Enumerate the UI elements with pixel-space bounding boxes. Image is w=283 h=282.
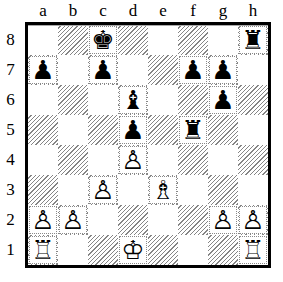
file-label-d: d — [118, 0, 148, 21]
square-c7[interactable]: ♟ — [88, 55, 118, 85]
square-a2[interactable]: ♙ — [28, 205, 58, 235]
file-label-g: g — [208, 0, 238, 21]
square-g5[interactable] — [208, 115, 238, 145]
rank-label-6: 6 — [0, 85, 21, 115]
square-f8[interactable] — [178, 25, 208, 55]
square-b2[interactable]: ♙ — [58, 205, 88, 235]
square-b4[interactable] — [58, 145, 88, 175]
piece-white-pawn: ♙ — [28, 205, 58, 235]
piece-white-pawn: ♙ — [58, 205, 88, 235]
square-b3[interactable] — [58, 175, 88, 205]
square-e3[interactable]: ♗ — [148, 175, 178, 205]
square-g6[interactable]: ♟ — [208, 85, 238, 115]
square-d2[interactable] — [118, 205, 148, 235]
square-a6[interactable] — [28, 85, 58, 115]
piece-black-rook: ♜ — [238, 25, 268, 55]
square-f6[interactable] — [178, 85, 208, 115]
square-e6[interactable] — [148, 85, 178, 115]
square-g2[interactable]: ♙ — [208, 205, 238, 235]
square-c2[interactable] — [88, 205, 118, 235]
square-c4[interactable] — [88, 145, 118, 175]
square-f1[interactable] — [178, 235, 208, 265]
file-label-a: a — [28, 0, 58, 21]
piece-white-pawn: ♙ — [88, 175, 118, 205]
square-a1[interactable]: ♖ — [28, 235, 58, 265]
chess-board: ♚♜♟♟♟♟♝♟♟♜♙♙♗♙♙♙♙♖♔♖ — [25, 22, 271, 268]
square-a8[interactable] — [28, 25, 58, 55]
piece-black-pawn: ♟ — [208, 55, 238, 85]
square-c1[interactable] — [88, 235, 118, 265]
file-label-f: f — [178, 0, 208, 21]
file-label-e: e — [148, 0, 178, 21]
square-f2[interactable] — [178, 205, 208, 235]
square-a4[interactable] — [28, 145, 58, 175]
piece-white-rook: ♖ — [238, 235, 268, 265]
rank-label-8: 8 — [0, 25, 21, 55]
square-h7[interactable] — [238, 55, 268, 85]
file-label-c: c — [88, 0, 118, 21]
piece-black-pawn: ♟ — [208, 85, 238, 115]
square-c6[interactable] — [88, 85, 118, 115]
square-g7[interactable]: ♟ — [208, 55, 238, 85]
square-h1[interactable]: ♖ — [238, 235, 268, 265]
square-f5[interactable]: ♜ — [178, 115, 208, 145]
rank-label-5: 5 — [0, 115, 21, 145]
square-g4[interactable] — [208, 145, 238, 175]
square-b8[interactable] — [58, 25, 88, 55]
piece-white-bishop: ♗ — [148, 175, 178, 205]
square-h2[interactable]: ♙ — [238, 205, 268, 235]
square-a7[interactable]: ♟ — [28, 55, 58, 85]
square-h3[interactable] — [238, 175, 268, 205]
square-b7[interactable] — [58, 55, 88, 85]
file-labels: abcdefgh — [28, 0, 268, 21]
piece-black-pawn: ♟ — [28, 55, 58, 85]
square-b1[interactable] — [58, 235, 88, 265]
rank-label-1: 1 — [0, 235, 21, 265]
square-h8[interactable]: ♜ — [238, 25, 268, 55]
square-d7[interactable] — [118, 55, 148, 85]
square-e1[interactable] — [148, 235, 178, 265]
square-g1[interactable] — [208, 235, 238, 265]
board-inner-highlight — [28, 25, 268, 26]
square-a3[interactable] — [28, 175, 58, 205]
square-h6[interactable] — [238, 85, 268, 115]
rank-label-3: 3 — [0, 175, 21, 205]
square-b5[interactable] — [58, 115, 88, 145]
square-e8[interactable] — [148, 25, 178, 55]
piece-black-pawn: ♟ — [178, 55, 208, 85]
piece-black-pawn: ♟ — [118, 115, 148, 145]
file-label-b: b — [58, 0, 88, 21]
piece-white-rook: ♖ — [28, 235, 58, 265]
square-c3[interactable]: ♙ — [88, 175, 118, 205]
piece-white-king: ♔ — [118, 235, 148, 265]
piece-white-pawn: ♙ — [118, 145, 148, 175]
square-f3[interactable] — [178, 175, 208, 205]
square-e7[interactable] — [148, 55, 178, 85]
square-d8[interactable] — [118, 25, 148, 55]
square-c5[interactable] — [88, 115, 118, 145]
square-e5[interactable] — [148, 115, 178, 145]
square-g8[interactable] — [208, 25, 238, 55]
piece-white-pawn: ♙ — [208, 205, 238, 235]
piece-black-king: ♚ — [88, 25, 118, 55]
square-d3[interactable] — [118, 175, 148, 205]
rank-label-2: 2 — [0, 205, 21, 235]
piece-black-pawn: ♟ — [88, 55, 118, 85]
square-f7[interactable]: ♟ — [178, 55, 208, 85]
square-e4[interactable] — [148, 145, 178, 175]
square-h5[interactable] — [238, 115, 268, 145]
file-label-h: h — [238, 0, 268, 21]
square-b6[interactable] — [58, 85, 88, 115]
chess-diagram: abcdefgh 87654321 ♚♜♟♟♟♟♝♟♟♜♙♙♗♙♙♙♙♖♔♖ — [0, 0, 283, 282]
square-d6[interactable]: ♝ — [118, 85, 148, 115]
rank-labels: 87654321 — [0, 25, 21, 265]
square-e2[interactable] — [148, 205, 178, 235]
piece-black-rook: ♜ — [178, 115, 208, 145]
square-c8[interactable]: ♚ — [88, 25, 118, 55]
square-d5[interactable]: ♟ — [118, 115, 148, 145]
piece-white-pawn: ♙ — [238, 205, 268, 235]
square-a5[interactable] — [28, 115, 58, 145]
rank-label-4: 4 — [0, 145, 21, 175]
rank-label-7: 7 — [0, 55, 21, 85]
square-d1[interactable]: ♔ — [118, 235, 148, 265]
square-h4[interactable] — [238, 145, 268, 175]
square-f4[interactable] — [178, 145, 208, 175]
square-d4[interactable]: ♙ — [118, 145, 148, 175]
square-g3[interactable] — [208, 175, 238, 205]
piece-black-bishop: ♝ — [118, 85, 148, 115]
